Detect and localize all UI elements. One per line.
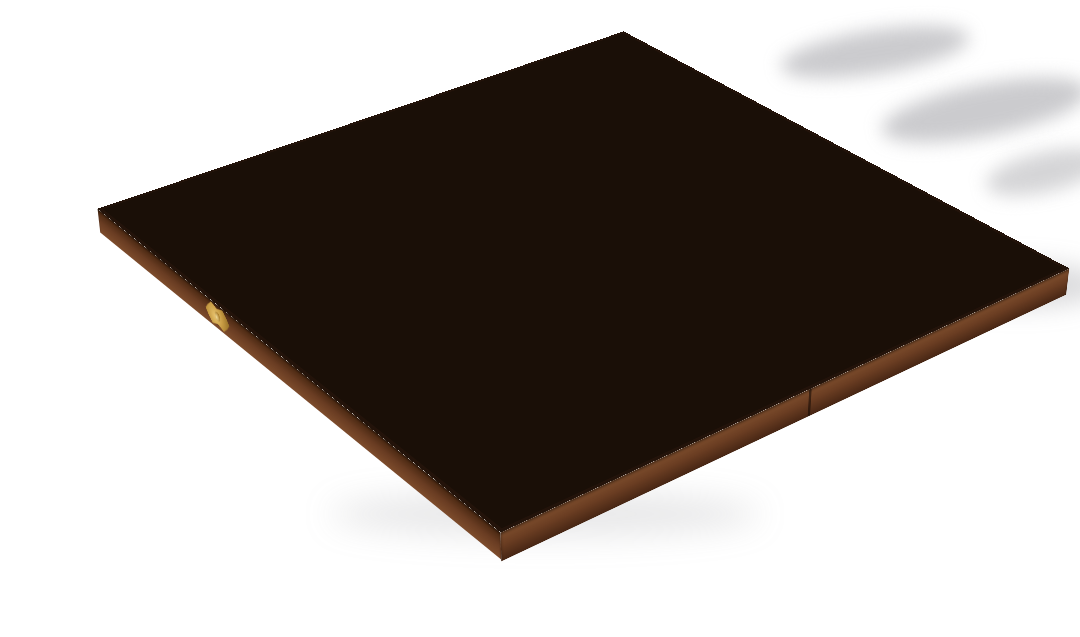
brass-clasp-knob bbox=[214, 310, 220, 323]
piece-cast-shadow bbox=[877, 64, 1080, 155]
piece-cast-shadow bbox=[982, 139, 1080, 205]
fold-seam-side bbox=[808, 388, 812, 417]
product-photo-scene bbox=[0, 0, 1080, 637]
piece-cast-shadow bbox=[778, 15, 973, 88]
